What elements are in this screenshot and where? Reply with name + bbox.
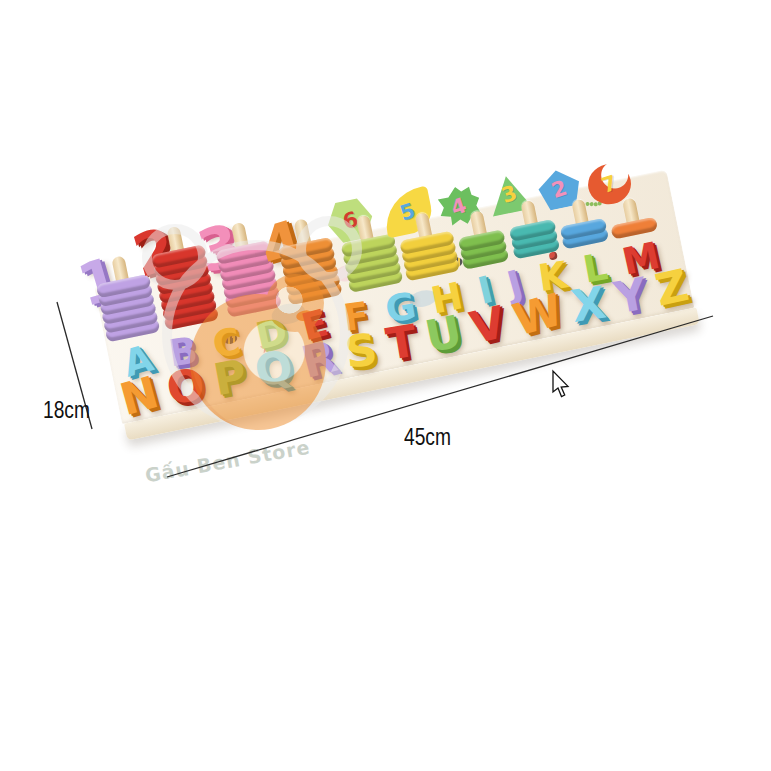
watermark-text: Gấu Ben Store bbox=[143, 436, 311, 487]
depth-dimension-label: 18cm bbox=[43, 396, 90, 424]
wooden-board: 1234654327 ABCDEFGHIJKLM NOPQRSTUVWXYZ bbox=[94, 170, 698, 441]
product-photo-page: { "game": "Wooden Montessori alphabet an… bbox=[0, 0, 771, 771]
shape-number-5: 5 bbox=[397, 200, 418, 225]
letter-piece-W[interactable]: W bbox=[509, 287, 568, 342]
shape-number-7: 7 bbox=[599, 172, 620, 197]
letter-piece-V[interactable]: V bbox=[466, 300, 509, 351]
letter-piece-U[interactable]: U bbox=[422, 309, 466, 359]
letter-piece-Q[interactable]: Q bbox=[251, 343, 297, 394]
shape-number-3: 3 bbox=[499, 182, 520, 207]
mouse-cursor bbox=[553, 371, 568, 397]
shape-number-2: 2 bbox=[549, 177, 570, 202]
letter-piece-P[interactable]: P bbox=[210, 353, 250, 402]
length-dimension-label: 45cm bbox=[404, 423, 451, 451]
letter-piece-O[interactable]: O bbox=[164, 362, 207, 411]
letter-piece-T[interactable]: T bbox=[383, 319, 420, 367]
letter-piece-S[interactable]: S bbox=[342, 327, 379, 375]
letter-piece-X[interactable]: X bbox=[568, 281, 608, 330]
letter-piece-Y[interactable]: Y bbox=[611, 272, 650, 321]
letter-piece-R[interactable]: R bbox=[297, 334, 341, 385]
shape-number-4: 4 bbox=[449, 194, 470, 219]
